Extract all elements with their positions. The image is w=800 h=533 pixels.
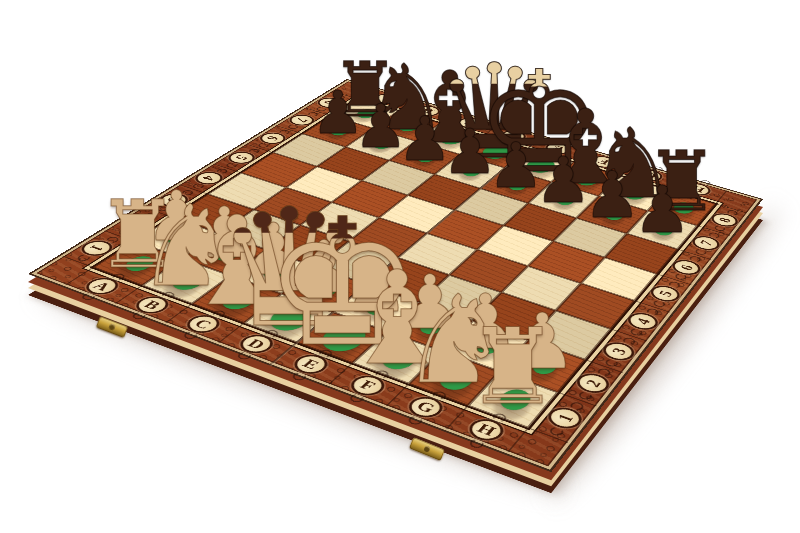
coord-label-file-e-far: E (542, 141, 574, 156)
coord-label-rank-8-far-text: 8 (321, 100, 338, 106)
coord-label-file-a-far: A (371, 92, 403, 106)
coord-label-rank-2-near-text: 2 (582, 378, 604, 389)
border-grid-line (619, 163, 633, 176)
border-grid-line (507, 428, 529, 453)
coord-label-file-a-near-text: A (90, 280, 114, 293)
chess-board: AA11BB22CC33DD44EE55FF66GG77HH88 (28, 79, 763, 472)
coord-label-file-g-far-text: G (641, 171, 658, 180)
coord-label-file-a-far-text: A (378, 95, 395, 103)
coord-label-file-d-far-text: D (505, 132, 522, 140)
coord-label-rank-5-near-text: 5 (655, 289, 675, 298)
border-grid-line (357, 88, 374, 99)
border-grid-line (483, 124, 499, 136)
coord-label-rank-3-far-text: 3 (164, 196, 183, 204)
coord-label-rank-5-near: 5 (647, 283, 684, 305)
coord-label-rank-1-near-text: 1 (553, 412, 576, 424)
coord-label-rank-4-near-text: 4 (632, 316, 653, 326)
coord-label-file-h-near-text: H (474, 421, 499, 438)
coord-label-rank-1-far-text: 1 (87, 243, 108, 252)
border-grid-line (386, 384, 410, 407)
border-grid-line (666, 176, 679, 189)
coord-label-rank-2-near: 2 (572, 370, 614, 396)
coord-label-rank-6-far-text: 6 (264, 135, 282, 142)
coord-label-rank-7-near-text: 7 (697, 239, 716, 247)
coord-label-rank-4-near: 4 (624, 310, 662, 333)
border-grid-line (715, 190, 727, 204)
coord-label-rank-3-near: 3 (599, 339, 639, 363)
coord-label-file-b-far-text: B (420, 107, 436, 115)
coord-label-rank-5-far-text: 5 (233, 154, 251, 161)
coord-label-file-b-far: B (412, 104, 444, 118)
coord-label-rank-7-near: 7 (689, 234, 723, 253)
coord-label-file-f-far: F (587, 154, 619, 170)
coord-label-rank-6-near: 6 (668, 257, 704, 277)
coord-label-rank-2-far-text: 2 (127, 219, 147, 228)
coord-label-file-c-far-text: C (462, 119, 479, 127)
border-grid-line (446, 405, 469, 429)
border-grid-line (218, 323, 245, 343)
coord-label-rank-6-near-text: 6 (677, 263, 696, 272)
coord-label-rank-8-near-text: 8 (715, 216, 733, 224)
coord-label-rank-1-near: 1 (543, 404, 587, 432)
coord-label-file-h-far-text: H (689, 184, 706, 194)
coord-label-rank-3-near-text: 3 (608, 346, 630, 357)
product-photo-scene: AA11BB22CC33DD44EE55FF66GG77HH88 ♜♞♝♛♛♚♚… (0, 0, 800, 533)
coord-label-file-d-far: D (497, 128, 529, 143)
border-grid-line (440, 112, 456, 123)
coord-label-rank-8-near: 8 (708, 211, 741, 229)
coord-label-file-g-far: G (634, 167, 666, 183)
border-grid-line (572, 150, 586, 162)
border-grid-line (398, 100, 415, 111)
coord-label-rank-7-far-text: 7 (293, 117, 310, 124)
coord-label-rank-4-far-text: 4 (200, 174, 219, 182)
coord-label-file-c-far: C (454, 116, 486, 131)
coord-label-file-e-far-text: E (550, 144, 566, 152)
coord-label-file-f-far-text: F (596, 158, 611, 166)
